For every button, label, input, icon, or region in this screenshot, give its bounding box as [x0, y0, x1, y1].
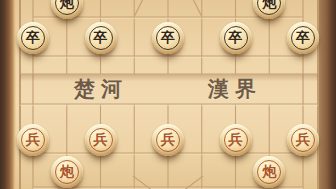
piece-black-soldier[interactable]: 卒 — [85, 22, 117, 54]
piece-glyph: 兵 — [220, 124, 252, 156]
piece-red-cannon[interactable]: 炮 — [253, 156, 285, 188]
piece-red-soldier[interactable]: 兵 — [85, 124, 117, 156]
piece-glyph: 炮 — [51, 0, 83, 19]
river-label-han-jie: 漢界 — [208, 75, 262, 103]
piece-glyph: 炮 — [51, 156, 83, 188]
piece-black-cannon[interactable]: 炮 — [253, 0, 285, 19]
piece-black-soldier[interactable]: 卒 — [17, 22, 49, 54]
piece-glyph: 兵 — [287, 124, 319, 156]
piece-black-soldier[interactable]: 卒 — [152, 22, 184, 54]
piece-red-soldier[interactable]: 兵 — [287, 124, 319, 156]
piece-glyph: 卒 — [287, 22, 319, 54]
piece-glyph: 卒 — [85, 22, 117, 54]
piece-glyph: 卒 — [152, 22, 184, 54]
piece-glyph: 卒 — [17, 22, 49, 54]
piece-red-cannon[interactable]: 炮 — [51, 156, 83, 188]
piece-black-soldier[interactable]: 卒 — [220, 22, 252, 54]
xiangqi-board[interactable]: 楚河 漢界 炮炮卒卒卒卒卒兵兵兵兵兵炮炮 — [0, 0, 336, 189]
piece-black-soldier[interactable]: 卒 — [287, 22, 319, 54]
board-edge-left — [0, 0, 16, 189]
piece-glyph: 炮 — [253, 156, 285, 188]
piece-glyph: 卒 — [220, 22, 252, 54]
piece-black-cannon[interactable]: 炮 — [51, 0, 83, 19]
board-edge-right — [319, 0, 336, 189]
piece-glyph: 兵 — [85, 124, 117, 156]
piece-glyph: 兵 — [17, 124, 49, 156]
piece-red-soldier[interactable]: 兵 — [220, 124, 252, 156]
piece-glyph: 兵 — [152, 124, 184, 156]
piece-glyph: 炮 — [253, 0, 285, 19]
river-label-chu-he: 楚河 — [74, 75, 128, 103]
piece-red-soldier[interactable]: 兵 — [17, 124, 49, 156]
piece-red-soldier[interactable]: 兵 — [152, 124, 184, 156]
